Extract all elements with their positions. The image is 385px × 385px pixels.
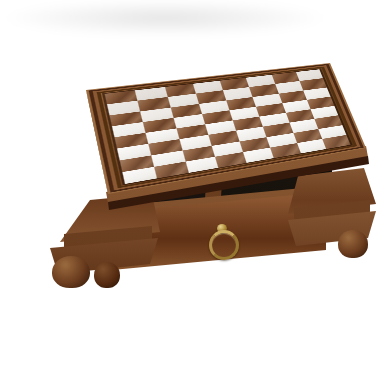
board-edge-front — [0, 0, 385, 385]
base-face-right — [0, 0, 385, 385]
board-frame — [86, 63, 366, 194]
base-bottom-molding-right — [0, 0, 385, 385]
bun-foot-right — [338, 230, 368, 258]
board-edge-left — [0, 0, 385, 385]
drawer-compartment-left — [0, 0, 385, 385]
brass-knob-icon — [217, 224, 227, 233]
floor-shadow — [0, 0, 330, 36]
bun-foot-left-front — [52, 256, 90, 288]
drawer-compartment-right — [0, 0, 385, 385]
brass-ring-pull-icon — [209, 230, 239, 260]
bun-foot-left-back — [94, 262, 120, 288]
drawer-front — [0, 0, 385, 385]
drawer-side-edge — [0, 0, 385, 385]
chessboard-product-photo — [0, 0, 385, 385]
base-bottom-molding-left — [0, 0, 385, 385]
board-edge-front-shadow — [0, 0, 385, 385]
drawer-divider — [0, 0, 385, 385]
base-face-left — [0, 0, 385, 385]
drawer-cavity — [0, 0, 385, 385]
base-crown-molding-left — [0, 0, 385, 385]
base-crown-molding-right — [0, 0, 385, 385]
chess-board-grid — [105, 69, 351, 184]
drawer-rim — [0, 0, 385, 385]
